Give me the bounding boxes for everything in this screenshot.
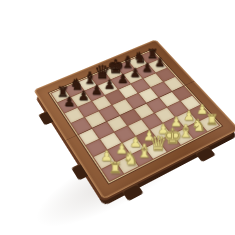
white-knight-piece[interactable]: ♞	[122, 150, 138, 168]
black-pawn-piece[interactable]: ♟	[142, 62, 153, 74]
photo-canvas: ♜♞♝♛♚♝♞♜♟♟♟♟♟♟♟♟♟♟♟♟♟♟♟♟♜♞♝♛♚♝♞♜	[0, 0, 235, 235]
black-pawn-piece[interactable]: ♟	[64, 95, 76, 108]
white-bishop-piece[interactable]: ♝	[136, 142, 153, 160]
black-pawn-piece[interactable]: ♟	[78, 89, 90, 102]
black-pawn-piece[interactable]: ♟	[91, 84, 102, 97]
black-pawn-piece[interactable]: ♟	[104, 78, 115, 91]
black-pawn-piece[interactable]: ♟	[130, 67, 141, 79]
white-rook-piece[interactable]: ♜	[108, 160, 122, 176]
white-rook-piece[interactable]: ♜	[205, 112, 218, 126]
black-pawn-piece[interactable]: ♟	[117, 72, 128, 84]
black-pawn-piece[interactable]: ♟	[154, 57, 165, 69]
